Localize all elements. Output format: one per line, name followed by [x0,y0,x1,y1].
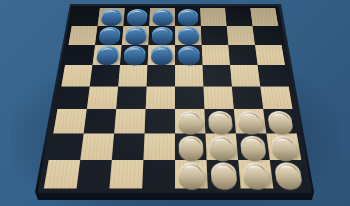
blue-piece-b8[interactable] [101,9,123,23]
square-a8[interactable] [72,8,100,26]
square-a3[interactable] [53,109,87,134]
blue-piece-d6[interactable] [151,46,173,62]
blue-piece-d7[interactable] [151,27,172,42]
white-piece-g3[interactable] [237,111,263,130]
square-c4[interactable] [116,86,146,109]
square-e7[interactable] [175,26,202,45]
square-b1[interactable] [77,160,112,188]
white-piece-f2[interactable] [209,136,235,157]
square-h5[interactable] [258,65,289,86]
square-c3[interactable] [114,109,146,134]
square-g3[interactable] [234,109,267,134]
square-h6[interactable] [255,45,285,65]
square-g1[interactable] [238,160,273,188]
square-a6[interactable] [65,45,95,65]
blue-piece-c8[interactable] [126,9,147,23]
square-g7[interactable] [227,26,255,45]
square-d3[interactable] [145,109,175,134]
square-f2[interactable] [205,134,238,160]
board-grid [44,8,306,188]
blue-piece-c7[interactable] [125,27,147,42]
square-b6[interactable] [92,45,121,65]
square-a2[interactable] [49,134,84,160]
white-piece-e3[interactable] [178,111,202,130]
square-b5[interactable] [90,65,120,86]
square-e3[interactable] [175,109,205,134]
square-b7[interactable] [95,26,123,45]
square-d5[interactable] [147,65,175,86]
white-piece-e2[interactable] [178,136,203,157]
white-piece-f3[interactable] [208,111,233,130]
square-h8[interactable] [250,8,278,26]
square-g5[interactable] [230,65,260,86]
square-d2[interactable] [143,134,175,160]
checkers-scene [0,0,350,206]
square-h7[interactable] [252,26,281,45]
square-d4[interactable] [146,86,175,109]
square-c1[interactable] [109,160,143,188]
square-a4[interactable] [57,86,89,109]
square-f1[interactable] [207,160,241,188]
square-e4[interactable] [175,86,204,109]
white-piece-e1[interactable] [178,162,204,184]
square-f8[interactable] [200,8,227,26]
square-e8[interactable] [175,8,201,26]
square-b3[interactable] [84,109,117,134]
square-c6[interactable] [120,45,148,65]
square-g6[interactable] [228,45,257,65]
square-g2[interactable] [236,134,270,160]
square-b2[interactable] [80,134,114,160]
square-d7[interactable] [148,26,175,45]
square-d8[interactable] [149,8,175,26]
square-a1[interactable] [44,160,80,188]
blue-piece-e8[interactable] [178,9,198,23]
blue-piece-e6[interactable] [178,46,200,62]
square-d6[interactable] [147,45,175,65]
white-piece-h2[interactable] [270,136,298,157]
square-e1[interactable] [175,160,208,188]
square-f6[interactable] [202,45,230,65]
white-piece-g1[interactable] [242,162,270,184]
square-a5[interactable] [61,65,92,86]
square-c5[interactable] [118,65,147,86]
square-c8[interactable] [123,8,150,26]
square-h3[interactable] [263,109,297,134]
square-f3[interactable] [204,109,236,134]
blue-piece-c6[interactable] [123,46,145,62]
square-f7[interactable] [201,26,228,45]
blue-piece-d8[interactable] [152,9,172,23]
square-h1[interactable] [270,160,306,188]
white-piece-h1[interactable] [273,162,302,184]
square-g4[interactable] [232,86,263,109]
square-h2[interactable] [266,134,301,160]
square-g8[interactable] [225,8,252,26]
square-e6[interactable] [175,45,203,65]
square-c2[interactable] [112,134,145,160]
square-b8[interactable] [98,8,125,26]
white-piece-g2[interactable] [239,136,266,157]
square-f4[interactable] [203,86,233,109]
blue-piece-b7[interactable] [98,27,120,42]
square-e5[interactable] [175,65,203,86]
square-f5[interactable] [203,65,232,86]
square-c7[interactable] [122,26,149,45]
square-d1[interactable] [142,160,175,188]
blue-piece-e7[interactable] [178,27,199,42]
blue-piece-b6[interactable] [96,46,119,62]
square-e2[interactable] [175,134,207,160]
white-piece-f1[interactable] [210,162,237,184]
square-a7[interactable] [68,26,97,45]
square-h4[interactable] [260,86,292,109]
white-piece-h3[interactable] [267,111,293,130]
checkers-board [38,5,312,193]
square-b4[interactable] [87,86,118,109]
